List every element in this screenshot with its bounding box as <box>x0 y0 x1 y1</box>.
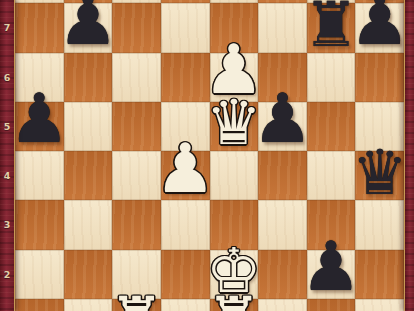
square-b1 <box>64 299 113 311</box>
square-a1 <box>15 299 64 311</box>
square-c1: ♜ <box>112 299 161 311</box>
white-rook-piece: ♜ <box>206 289 262 311</box>
square-e4 <box>210 151 259 200</box>
rank-label-4: 4 <box>0 151 14 200</box>
square-d3 <box>161 200 210 249</box>
square-g1 <box>307 299 356 311</box>
rank-label-6: 6 <box>0 53 14 102</box>
square-b2 <box>64 250 113 299</box>
square-g4 <box>307 151 356 200</box>
square-h2 <box>355 250 404 299</box>
square-c5 <box>112 102 161 151</box>
board-frame-left: 87654321 <box>0 0 15 311</box>
square-a2 <box>15 250 64 299</box>
square-a3 <box>15 200 64 249</box>
square-b4 <box>64 151 113 200</box>
square-c6 <box>112 53 161 102</box>
square-b5 <box>64 102 113 151</box>
rank-label-5: 5 <box>0 102 14 151</box>
square-c7 <box>112 3 161 52</box>
square-g5 <box>307 102 356 151</box>
square-b7: ♟ <box>64 3 113 52</box>
square-h6 <box>355 53 404 102</box>
rank-label-7: 7 <box>0 3 14 52</box>
square-h7: ♟ <box>355 3 404 52</box>
black-pawn-piece: ♟ <box>9 85 70 153</box>
rank-label-3: 3 <box>0 200 14 249</box>
black-queen-piece: ♛ <box>352 142 408 204</box>
board-frame-right <box>404 0 414 311</box>
white-rook-piece: ♜ <box>109 289 165 311</box>
square-f5: ♟ <box>258 102 307 151</box>
square-d1 <box>161 299 210 311</box>
square-d2 <box>161 250 210 299</box>
square-f2 <box>258 250 307 299</box>
square-g7: ♜ <box>307 3 356 52</box>
square-a5: ♟ <box>15 102 64 151</box>
black-pawn-piece: ♟ <box>252 85 313 153</box>
black-pawn-piece: ♟ <box>349 0 410 55</box>
chess-board: ♚♟♜♟♟♟♛♟♟♛♚♟♜♜ <box>15 0 404 311</box>
square-h3 <box>355 200 404 249</box>
square-b3 <box>64 200 113 249</box>
white-pawn-piece: ♟ <box>155 135 216 203</box>
square-a4 <box>15 151 64 200</box>
square-e1: ♜ <box>210 299 259 311</box>
chess-diagram: ♚♟♜♟♟♟♛♟♟♛♚♟♜♜ 87654321 <box>0 0 414 311</box>
square-d4: ♟ <box>161 151 210 200</box>
square-h4: ♛ <box>355 151 404 200</box>
rank-label-2: 2 <box>0 250 14 299</box>
square-h1 <box>355 299 404 311</box>
square-b6 <box>64 53 113 102</box>
square-c3 <box>112 200 161 249</box>
rank-label-1: 1 <box>0 299 14 311</box>
square-d7 <box>161 3 210 52</box>
square-g2: ♟ <box>307 250 356 299</box>
square-a7 <box>15 3 64 52</box>
square-f3 <box>258 200 307 249</box>
square-f1 <box>258 299 307 311</box>
black-pawn-piece: ♟ <box>57 0 118 55</box>
square-g6 <box>307 53 356 102</box>
square-c4 <box>112 151 161 200</box>
black-pawn-piece: ♟ <box>301 233 362 301</box>
square-e5: ♛ <box>210 102 259 151</box>
square-d6 <box>161 53 210 102</box>
square-f7 <box>258 3 307 52</box>
square-f4 <box>258 151 307 200</box>
